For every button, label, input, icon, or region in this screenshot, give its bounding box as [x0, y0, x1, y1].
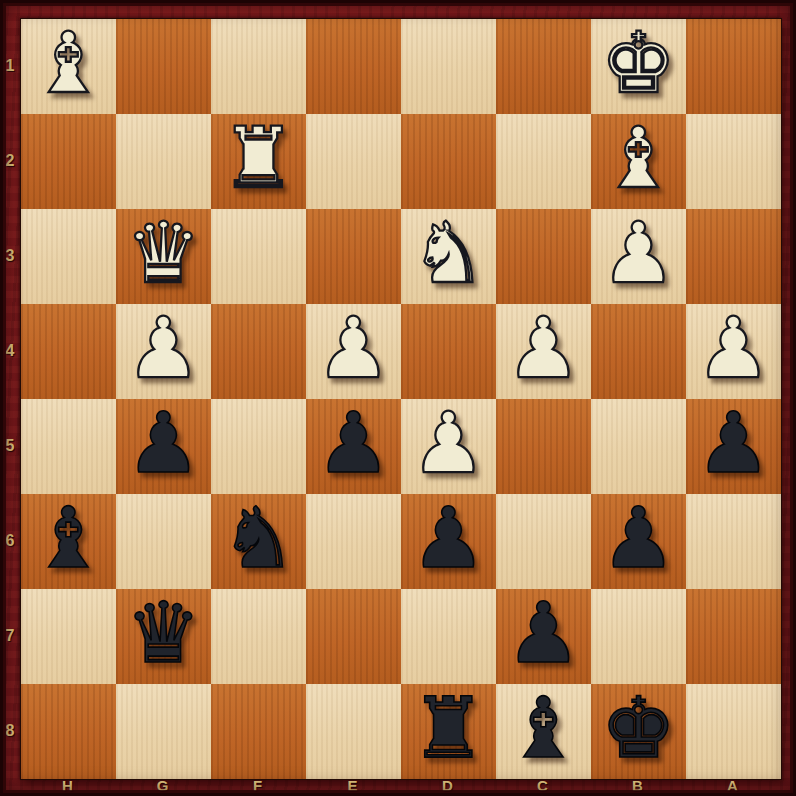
square-d7[interactable] [401, 589, 496, 684]
square-g2[interactable] [116, 114, 211, 209]
square-b7[interactable] [591, 589, 686, 684]
square-f4[interactable] [211, 304, 306, 399]
square-d8[interactable]: ♜ [401, 684, 496, 779]
square-d3[interactable]: ♞ [401, 209, 496, 304]
square-b6[interactable]: ♟ [591, 494, 686, 589]
rank-label-3: 3 [0, 248, 20, 264]
file-label-e: E [305, 778, 400, 796]
square-f8[interactable] [211, 684, 306, 779]
square-h3[interactable] [21, 209, 116, 304]
black-rook-d8[interactable]: ♜ [411, 681, 486, 776]
white-bishop-b2[interactable]: ♝ [601, 111, 676, 206]
file-label-b: B [590, 778, 685, 796]
square-h7[interactable] [21, 589, 116, 684]
square-a6[interactable] [686, 494, 781, 589]
square-g1[interactable] [116, 19, 211, 114]
square-e6[interactable] [306, 494, 401, 589]
file-label-h: H [20, 778, 115, 796]
white-knight-d3[interactable]: ♞ [411, 206, 486, 301]
white-pawn-b3[interactable]: ♟ [601, 206, 676, 301]
square-a2[interactable] [686, 114, 781, 209]
square-d4[interactable] [401, 304, 496, 399]
file-label-a: A [685, 778, 780, 796]
chess-board[interactable]: ♝♚♜♝♛♞♟♟♟♟♟♟♟♟♟♝♞♟♟♛♟♜♝♚ [20, 18, 782, 780]
black-pawn-g5[interactable]: ♟ [126, 396, 201, 491]
square-h8[interactable] [21, 684, 116, 779]
square-c1[interactable] [496, 19, 591, 114]
black-bishop-c8[interactable]: ♝ [506, 681, 581, 776]
file-label-d: D [400, 778, 495, 796]
black-king-b8[interactable]: ♚ [601, 681, 676, 776]
rank-label-6: 6 [0, 533, 20, 549]
square-g5[interactable]: ♟ [116, 399, 211, 494]
square-a1[interactable] [686, 19, 781, 114]
rank-label-2: 2 [0, 153, 20, 169]
square-d6[interactable]: ♟ [401, 494, 496, 589]
square-a3[interactable] [686, 209, 781, 304]
white-rook-f2[interactable]: ♜ [221, 111, 296, 206]
white-pawn-d5[interactable]: ♟ [411, 396, 486, 491]
square-h5[interactable] [21, 399, 116, 494]
square-b3[interactable]: ♟ [591, 209, 686, 304]
white-pawn-a4[interactable]: ♟ [696, 301, 771, 396]
square-a4[interactable]: ♟ [686, 304, 781, 399]
square-c2[interactable] [496, 114, 591, 209]
black-pawn-c7[interactable]: ♟ [506, 586, 581, 681]
rank-label-5: 5 [0, 438, 20, 454]
white-pawn-c4[interactable]: ♟ [506, 301, 581, 396]
square-h4[interactable] [21, 304, 116, 399]
square-e8[interactable] [306, 684, 401, 779]
square-f1[interactable] [211, 19, 306, 114]
square-f6[interactable]: ♞ [211, 494, 306, 589]
black-pawn-b6[interactable]: ♟ [601, 491, 676, 586]
square-a8[interactable] [686, 684, 781, 779]
square-f7[interactable] [211, 589, 306, 684]
square-d5[interactable]: ♟ [401, 399, 496, 494]
white-pawn-e4[interactable]: ♟ [316, 301, 391, 396]
square-f3[interactable] [211, 209, 306, 304]
black-pawn-d6[interactable]: ♟ [411, 491, 486, 586]
white-queen-g3[interactable]: ♛ [126, 206, 201, 301]
square-g3[interactable]: ♛ [116, 209, 211, 304]
rank-label-8: 8 [0, 723, 20, 739]
file-label-g: G [115, 778, 210, 796]
white-bishop-h1[interactable]: ♝ [31, 16, 106, 111]
square-e4[interactable]: ♟ [306, 304, 401, 399]
square-b1[interactable]: ♚ [591, 19, 686, 114]
square-h1[interactable]: ♝ [21, 19, 116, 114]
square-g4[interactable]: ♟ [116, 304, 211, 399]
square-b4[interactable] [591, 304, 686, 399]
black-queen-g7[interactable]: ♛ [126, 586, 201, 681]
rank-label-7: 7 [0, 628, 20, 644]
white-king-b1[interactable]: ♚ [601, 16, 676, 111]
square-c8[interactable]: ♝ [496, 684, 591, 779]
square-d1[interactable] [401, 19, 496, 114]
square-b5[interactable] [591, 399, 686, 494]
chess-board-panel: ♝♚♜♝♛♞♟♟♟♟♟♟♟♟♟♝♞♟♟♛♟♜♝♚ 12345678HGFEDCB… [0, 0, 796, 796]
rank-label-4: 4 [0, 343, 20, 359]
white-pawn-g4[interactable]: ♟ [126, 301, 201, 396]
square-a7[interactable] [686, 589, 781, 684]
square-f2[interactable]: ♜ [211, 114, 306, 209]
square-b2[interactable]: ♝ [591, 114, 686, 209]
square-c5[interactable] [496, 399, 591, 494]
square-e2[interactable] [306, 114, 401, 209]
square-c7[interactable]: ♟ [496, 589, 591, 684]
black-pawn-e5[interactable]: ♟ [316, 396, 391, 491]
square-c4[interactable]: ♟ [496, 304, 591, 399]
file-label-c: C [495, 778, 590, 796]
square-g6[interactable] [116, 494, 211, 589]
square-e7[interactable] [306, 589, 401, 684]
file-label-f: F [210, 778, 305, 796]
square-d2[interactable] [401, 114, 496, 209]
square-c3[interactable] [496, 209, 591, 304]
square-c6[interactable] [496, 494, 591, 589]
square-h2[interactable] [21, 114, 116, 209]
square-a5[interactable]: ♟ [686, 399, 781, 494]
square-e5[interactable]: ♟ [306, 399, 401, 494]
black-knight-f6[interactable]: ♞ [221, 491, 296, 586]
square-f5[interactable] [211, 399, 306, 494]
square-h6[interactable]: ♝ [21, 494, 116, 589]
square-g7[interactable]: ♛ [116, 589, 211, 684]
square-g8[interactable] [116, 684, 211, 779]
square-b8[interactable]: ♚ [591, 684, 686, 779]
black-pawn-a5[interactable]: ♟ [696, 396, 771, 491]
black-bishop-h6[interactable]: ♝ [31, 491, 106, 586]
square-e1[interactable] [306, 19, 401, 114]
square-e3[interactable] [306, 209, 401, 304]
rank-label-1: 1 [0, 58, 20, 74]
